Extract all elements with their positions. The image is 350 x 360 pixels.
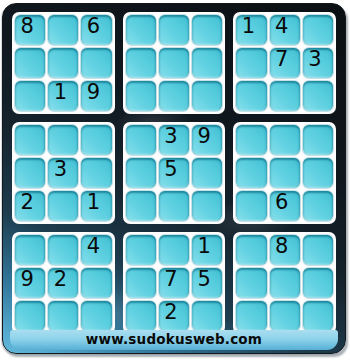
cell-r5c7[interactable] <box>236 158 266 188</box>
cell-r5c4[interactable] <box>126 158 156 188</box>
cell-r6c8[interactable]: 6 <box>270 191 300 221</box>
cell-r1c9[interactable] <box>303 15 333 45</box>
cell-r8c4[interactable] <box>126 268 156 298</box>
cell-r7c1[interactable] <box>15 235 45 265</box>
cell-r9c7[interactable] <box>236 301 266 331</box>
cell-r9c3[interactable] <box>81 301 111 331</box>
cell-r3c4[interactable] <box>126 81 156 111</box>
cell-r7c4[interactable] <box>126 235 156 265</box>
cell-r6c7[interactable] <box>236 191 266 221</box>
cell-r1c6[interactable] <box>192 15 222 45</box>
box-r1c1: 8619 <box>12 12 115 114</box>
cell-r6c6[interactable] <box>192 191 222 221</box>
cell-r4c4[interactable] <box>126 125 156 155</box>
cell-r5c6[interactable] <box>192 158 222 188</box>
cell-r8c5[interactable]: 7 <box>159 268 189 298</box>
cell-r3c9[interactable] <box>303 81 333 111</box>
cell-digit: 9 <box>198 124 211 148</box>
cell-digit: 8 <box>275 234 288 258</box>
cell-r3c7[interactable] <box>236 81 266 111</box>
cell-digit: 1 <box>54 80 67 104</box>
cell-digit: 5 <box>198 267 211 291</box>
box-r2c3: 6 <box>233 122 336 224</box>
cell-r7c8[interactable]: 8 <box>270 235 300 265</box>
cell-r5c1[interactable] <box>15 158 45 188</box>
cell-digit: 3 <box>164 124 177 148</box>
cell-r9c1[interactable] <box>15 301 45 331</box>
cell-r6c2[interactable] <box>48 191 78 221</box>
cell-r3c1[interactable] <box>15 81 45 111</box>
box-r3c1: 492 <box>12 232 115 334</box>
cell-r3c2[interactable]: 1 <box>48 81 78 111</box>
cell-digit: 2 <box>20 190 33 214</box>
cell-digit: 4 <box>87 234 100 258</box>
cell-digit: 1 <box>198 234 211 258</box>
cell-r6c9[interactable] <box>303 191 333 221</box>
cell-r8c7[interactable] <box>236 268 266 298</box>
cell-r8c9[interactable] <box>303 268 333 298</box>
site-link[interactable]: www.sudokusweb.com <box>86 331 262 347</box>
cell-r4c7[interactable] <box>236 125 266 155</box>
cell-r2c1[interactable] <box>15 48 45 78</box>
cell-r6c3[interactable]: 1 <box>81 191 111 221</box>
cell-digit: 1 <box>87 190 100 214</box>
cell-r5c2[interactable]: 3 <box>48 158 78 188</box>
cell-r2c5[interactable] <box>159 48 189 78</box>
cell-r2c6[interactable] <box>192 48 222 78</box>
cell-r8c3[interactable] <box>81 268 111 298</box>
cell-r1c1[interactable]: 8 <box>15 15 45 45</box>
cell-r6c1[interactable]: 2 <box>15 191 45 221</box>
cell-r1c8[interactable]: 4 <box>270 15 300 45</box>
footer-strip: www.sudokusweb.com <box>10 330 338 350</box>
cell-r5c3[interactable] <box>81 158 111 188</box>
box-r1c3: 1473 <box>233 12 336 114</box>
cell-r7c6[interactable]: 1 <box>192 235 222 265</box>
cell-r4c3[interactable] <box>81 125 111 155</box>
cell-digit: 3 <box>308 47 321 71</box>
cell-digit: 2 <box>54 267 67 291</box>
cell-r5c5[interactable]: 5 <box>159 158 189 188</box>
cell-r9c6[interactable] <box>192 301 222 331</box>
cell-digit: 8 <box>20 14 33 38</box>
cell-r4c1[interactable] <box>15 125 45 155</box>
cell-digit: 6 <box>275 190 288 214</box>
cell-r1c2[interactable] <box>48 15 78 45</box>
cell-r6c4[interactable] <box>126 191 156 221</box>
cell-r3c5[interactable] <box>159 81 189 111</box>
cell-r7c2[interactable] <box>48 235 78 265</box>
cell-r7c9[interactable] <box>303 235 333 265</box>
cell-r4c9[interactable] <box>303 125 333 155</box>
cell-r7c7[interactable] <box>236 235 266 265</box>
cell-r9c5[interactable]: 2 <box>159 301 189 331</box>
cell-r9c9[interactable] <box>303 301 333 331</box>
cell-r8c8[interactable] <box>270 268 300 298</box>
box-r2c1: 321 <box>12 122 115 224</box>
cell-r2c8[interactable]: 7 <box>270 48 300 78</box>
cell-digit: 7 <box>164 267 177 291</box>
cell-r3c3[interactable]: 9 <box>81 81 111 111</box>
cell-r8c2[interactable]: 2 <box>48 268 78 298</box>
cell-r3c8[interactable] <box>270 81 300 111</box>
cell-r8c1[interactable]: 9 <box>15 268 45 298</box>
cell-r4c8[interactable] <box>270 125 300 155</box>
cell-digit: 5 <box>164 157 177 181</box>
cell-r4c2[interactable] <box>48 125 78 155</box>
cell-r2c9[interactable]: 3 <box>303 48 333 78</box>
cell-r2c7[interactable] <box>236 48 266 78</box>
cell-r3c6[interactable] <box>192 81 222 111</box>
sudoku-board: 86191473321395649217528 www.sudokusweb.c… <box>2 3 346 354</box>
cell-r1c4[interactable] <box>126 15 156 45</box>
cell-digit: 4 <box>275 14 288 38</box>
page: 86191473321395649217528 www.sudokusweb.c… <box>0 0 350 360</box>
cell-r1c7[interactable]: 1 <box>236 15 266 45</box>
sudoku-grid: 86191473321395649217528 <box>12 12 336 334</box>
box-r1c2 <box>123 12 226 114</box>
box-r2c2: 395 <box>123 122 226 224</box>
cell-digit: 9 <box>87 80 100 104</box>
cell-r7c5[interactable] <box>159 235 189 265</box>
box-r3c3: 8 <box>233 232 336 334</box>
cell-r9c2[interactable] <box>48 301 78 331</box>
cell-r6c5[interactable] <box>159 191 189 221</box>
cell-r4c6[interactable]: 9 <box>192 125 222 155</box>
cell-r2c4[interactable] <box>126 48 156 78</box>
cell-r4c5[interactable]: 3 <box>159 125 189 155</box>
cell-digit: 6 <box>87 14 100 38</box>
cell-r1c3[interactable]: 6 <box>81 15 111 45</box>
cell-digit: 9 <box>20 267 33 291</box>
cell-r5c8[interactable] <box>270 158 300 188</box>
cell-digit: 1 <box>242 14 255 38</box>
cell-r8c6[interactable]: 5 <box>192 268 222 298</box>
cell-r1c5[interactable] <box>159 15 189 45</box>
cell-digit: 7 <box>275 47 288 71</box>
cell-r9c8[interactable] <box>270 301 300 331</box>
box-r3c2: 1752 <box>123 232 226 334</box>
cell-digit: 3 <box>54 157 67 181</box>
cell-r2c3[interactable] <box>81 48 111 78</box>
cell-r9c4[interactable] <box>126 301 156 331</box>
cell-r2c2[interactable] <box>48 48 78 78</box>
cell-r5c9[interactable] <box>303 158 333 188</box>
cell-digit: 2 <box>164 300 177 324</box>
cell-r7c3[interactable]: 4 <box>81 235 111 265</box>
